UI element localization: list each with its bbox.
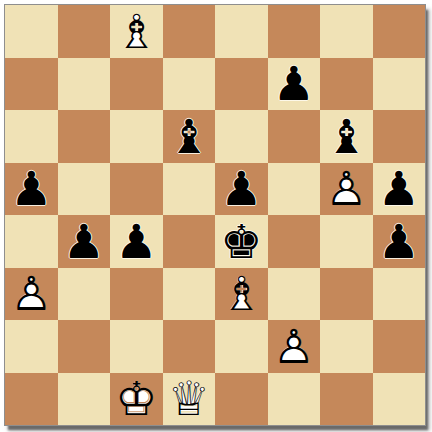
black-pawn: ♟ bbox=[58, 215, 111, 268]
square-h4[interactable]: ♟ bbox=[373, 215, 426, 268]
black-pawn: ♟ bbox=[373, 215, 426, 268]
black-pawn: ♟ bbox=[215, 163, 268, 216]
black-bishop: ♝ bbox=[163, 110, 216, 163]
black-pawn: ♟ bbox=[268, 58, 321, 111]
white-pawn: ♙ bbox=[5, 268, 58, 321]
square-h1[interactable] bbox=[373, 373, 426, 426]
square-c6[interactable] bbox=[110, 110, 163, 163]
square-e5[interactable]: ♟ bbox=[215, 163, 268, 216]
square-f4[interactable] bbox=[268, 215, 321, 268]
square-d4[interactable] bbox=[163, 215, 216, 268]
square-c5[interactable] bbox=[110, 163, 163, 216]
square-d1[interactable]: ♛♕ bbox=[163, 373, 216, 426]
square-g7[interactable] bbox=[320, 58, 373, 111]
square-d7[interactable] bbox=[163, 58, 216, 111]
chess-diagram: ♝♗♟♝♝♟♟♟♙♟♟♟♚♟♟♙♝♗♟♙♚♔♛♕ bbox=[0, 0, 432, 432]
black-pawn: ♟ bbox=[373, 163, 426, 216]
square-f6[interactable] bbox=[268, 110, 321, 163]
square-e1[interactable] bbox=[215, 373, 268, 426]
black-king: ♚ bbox=[215, 215, 268, 268]
square-h6[interactable] bbox=[373, 110, 426, 163]
white-king: ♔ bbox=[110, 373, 163, 426]
square-d3[interactable] bbox=[163, 268, 216, 321]
square-f3[interactable] bbox=[268, 268, 321, 321]
white-pawn: ♙ bbox=[320, 163, 373, 216]
square-c3[interactable] bbox=[110, 268, 163, 321]
square-a8[interactable] bbox=[5, 5, 58, 58]
square-e4[interactable]: ♚ bbox=[215, 215, 268, 268]
square-f8[interactable] bbox=[268, 5, 321, 58]
square-c7[interactable] bbox=[110, 58, 163, 111]
white-pawn-fill: ♟ bbox=[5, 268, 58, 321]
square-b6[interactable] bbox=[58, 110, 111, 163]
square-b3[interactable] bbox=[58, 268, 111, 321]
square-f1[interactable] bbox=[268, 373, 321, 426]
square-b7[interactable] bbox=[58, 58, 111, 111]
square-g4[interactable] bbox=[320, 215, 373, 268]
square-b1[interactable] bbox=[58, 373, 111, 426]
square-e2[interactable] bbox=[215, 320, 268, 373]
square-h8[interactable] bbox=[373, 5, 426, 58]
black-pawn: ♟ bbox=[5, 163, 58, 216]
square-h3[interactable] bbox=[373, 268, 426, 321]
chess-board: ♝♗♟♝♝♟♟♟♙♟♟♟♚♟♟♙♝♗♟♙♚♔♛♕ bbox=[5, 5, 425, 425]
white-queen-fill: ♛ bbox=[163, 373, 216, 426]
square-g1[interactable] bbox=[320, 373, 373, 426]
square-b4[interactable]: ♟ bbox=[58, 215, 111, 268]
white-bishop-fill: ♝ bbox=[110, 5, 163, 58]
square-c8[interactable]: ♝♗ bbox=[110, 5, 163, 58]
square-d6[interactable]: ♝ bbox=[163, 110, 216, 163]
white-king-fill: ♚ bbox=[110, 373, 163, 426]
square-b5[interactable] bbox=[58, 163, 111, 216]
square-b8[interactable] bbox=[58, 5, 111, 58]
square-g2[interactable] bbox=[320, 320, 373, 373]
white-bishop-fill: ♝ bbox=[215, 268, 268, 321]
square-f7[interactable]: ♟ bbox=[268, 58, 321, 111]
square-h5[interactable]: ♟ bbox=[373, 163, 426, 216]
square-f5[interactable] bbox=[268, 163, 321, 216]
square-e6[interactable] bbox=[215, 110, 268, 163]
square-a1[interactable] bbox=[5, 373, 58, 426]
square-e3[interactable]: ♝♗ bbox=[215, 268, 268, 321]
square-d5[interactable] bbox=[163, 163, 216, 216]
square-c1[interactable]: ♚♔ bbox=[110, 373, 163, 426]
white-bishop: ♗ bbox=[215, 268, 268, 321]
square-f2[interactable]: ♟♙ bbox=[268, 320, 321, 373]
square-a6[interactable] bbox=[5, 110, 58, 163]
square-g3[interactable] bbox=[320, 268, 373, 321]
white-pawn-fill: ♟ bbox=[320, 163, 373, 216]
chess-board-frame: ♝♗♟♝♝♟♟♟♙♟♟♟♚♟♟♙♝♗♟♙♚♔♛♕ bbox=[4, 4, 426, 426]
square-a2[interactable] bbox=[5, 320, 58, 373]
black-bishop: ♝ bbox=[320, 110, 373, 163]
square-a7[interactable] bbox=[5, 58, 58, 111]
square-c2[interactable] bbox=[110, 320, 163, 373]
square-h7[interactable] bbox=[373, 58, 426, 111]
black-pawn: ♟ bbox=[110, 215, 163, 268]
square-g6[interactable]: ♝ bbox=[320, 110, 373, 163]
square-g8[interactable] bbox=[320, 5, 373, 58]
square-c4[interactable]: ♟ bbox=[110, 215, 163, 268]
square-e8[interactable] bbox=[215, 5, 268, 58]
square-d2[interactable] bbox=[163, 320, 216, 373]
white-pawn: ♙ bbox=[268, 320, 321, 373]
white-pawn-fill: ♟ bbox=[268, 320, 321, 373]
square-e7[interactable] bbox=[215, 58, 268, 111]
square-a4[interactable] bbox=[5, 215, 58, 268]
square-a5[interactable]: ♟ bbox=[5, 163, 58, 216]
square-h2[interactable] bbox=[373, 320, 426, 373]
square-b2[interactable] bbox=[58, 320, 111, 373]
square-d8[interactable] bbox=[163, 5, 216, 58]
square-a3[interactable]: ♟♙ bbox=[5, 268, 58, 321]
white-queen: ♕ bbox=[163, 373, 216, 426]
white-bishop: ♗ bbox=[110, 5, 163, 58]
square-g5[interactable]: ♟♙ bbox=[320, 163, 373, 216]
